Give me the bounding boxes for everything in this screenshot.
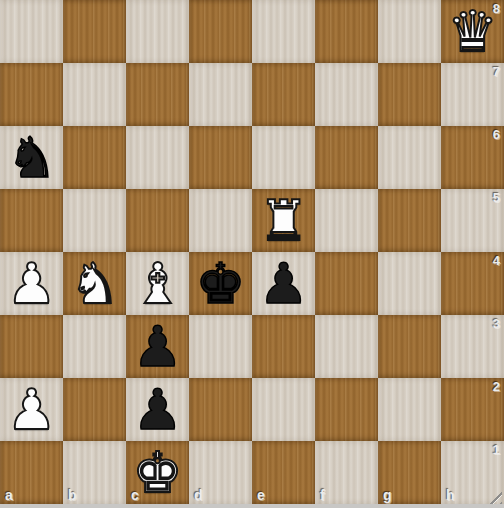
piece-white-bishop[interactable]: ♝: [132, 252, 182, 315]
piece-black-knight[interactable]: ♞: [6, 126, 56, 189]
piece-white-knight[interactable]: ♞: [69, 252, 119, 315]
square-c8[interactable]: [126, 0, 189, 63]
square-g7[interactable]: [378, 63, 441, 126]
rank-label-8: 8: [493, 1, 500, 16]
rank-label-1: 1: [493, 442, 500, 457]
piece-white-king[interactable]: ♚: [132, 441, 182, 504]
square-f7[interactable]: [315, 63, 378, 126]
piece-white-pawn[interactable]: ♟: [6, 378, 56, 441]
square-e1[interactable]: e: [252, 441, 315, 504]
square-f3[interactable]: [315, 315, 378, 378]
square-c6[interactable]: [126, 126, 189, 189]
file-label-f: f: [320, 487, 325, 503]
file-label-g: g: [383, 487, 392, 503]
square-g5[interactable]: [378, 189, 441, 252]
square-a1[interactable]: a: [0, 441, 63, 504]
square-b7[interactable]: [63, 63, 126, 126]
square-c1[interactable]: ♚c: [126, 441, 189, 504]
square-a2[interactable]: ♟: [0, 378, 63, 441]
square-e7[interactable]: [252, 63, 315, 126]
rank-label-4: 4: [493, 253, 500, 268]
file-label-c: c: [131, 487, 139, 503]
square-b6[interactable]: [63, 126, 126, 189]
file-label-d: d: [194, 487, 203, 503]
piece-white-queen[interactable]: ♛: [447, 0, 497, 63]
square-f2[interactable]: [315, 378, 378, 441]
square-b3[interactable]: [63, 315, 126, 378]
square-h4[interactable]: 4: [441, 252, 504, 315]
square-g8[interactable]: [378, 0, 441, 63]
rank-label-5: 5: [493, 190, 500, 205]
file-label-h: h: [446, 487, 455, 503]
square-b5[interactable]: [63, 189, 126, 252]
square-h2[interactable]: 2: [441, 378, 504, 441]
square-d3[interactable]: [189, 315, 252, 378]
piece-black-pawn[interactable]: ♟: [132, 378, 182, 441]
rank-label-2: 2: [493, 379, 500, 394]
square-e8[interactable]: [252, 0, 315, 63]
square-h8[interactable]: ♛8: [441, 0, 504, 63]
square-g2[interactable]: [378, 378, 441, 441]
square-a3[interactable]: [0, 315, 63, 378]
square-e3[interactable]: [252, 315, 315, 378]
square-g4[interactable]: [378, 252, 441, 315]
square-b4[interactable]: ♞: [63, 252, 126, 315]
square-h6[interactable]: 6: [441, 126, 504, 189]
chess-board-window: ♛87♞6♜5♟♞♝♚♟4♟3♟♟2ab♚cdefg1h: [0, 0, 504, 508]
square-c5[interactable]: [126, 189, 189, 252]
file-label-b: b: [68, 487, 77, 503]
square-d1[interactable]: d: [189, 441, 252, 504]
square-h3[interactable]: 3: [441, 315, 504, 378]
piece-white-rook[interactable]: ♜: [258, 189, 308, 252]
square-d6[interactable]: [189, 126, 252, 189]
square-a4[interactable]: ♟: [0, 252, 63, 315]
square-a7[interactable]: [0, 63, 63, 126]
square-b8[interactable]: [63, 0, 126, 63]
square-f4[interactable]: [315, 252, 378, 315]
square-h1[interactable]: 1h: [441, 441, 504, 504]
square-f1[interactable]: f: [315, 441, 378, 504]
square-d5[interactable]: [189, 189, 252, 252]
square-c2[interactable]: ♟: [126, 378, 189, 441]
square-b1[interactable]: b: [63, 441, 126, 504]
square-a8[interactable]: [0, 0, 63, 63]
square-h7[interactable]: 7: [441, 63, 504, 126]
square-g3[interactable]: [378, 315, 441, 378]
bottom-strip: [0, 504, 504, 508]
square-d8[interactable]: [189, 0, 252, 63]
square-b2[interactable]: [63, 378, 126, 441]
file-label-a: a: [5, 487, 13, 503]
square-e2[interactable]: [252, 378, 315, 441]
rank-label-7: 7: [493, 64, 500, 79]
rank-label-6: 6: [493, 127, 500, 142]
piece-black-pawn[interactable]: ♟: [132, 315, 182, 378]
square-h5[interactable]: 5: [441, 189, 504, 252]
square-c4[interactable]: ♝: [126, 252, 189, 315]
piece-white-pawn[interactable]: ♟: [6, 252, 56, 315]
square-e4[interactable]: ♟: [252, 252, 315, 315]
square-e5[interactable]: ♜: [252, 189, 315, 252]
square-c7[interactable]: [126, 63, 189, 126]
chess-board: ♛87♞6♜5♟♞♝♚♟4♟3♟♟2ab♚cdefg1h: [0, 0, 504, 504]
square-f8[interactable]: [315, 0, 378, 63]
piece-black-king[interactable]: ♚: [195, 252, 245, 315]
square-f6[interactable]: [315, 126, 378, 189]
square-d2[interactable]: [189, 378, 252, 441]
square-c3[interactable]: ♟: [126, 315, 189, 378]
square-a6[interactable]: ♞: [0, 126, 63, 189]
file-label-e: e: [257, 487, 265, 503]
square-g1[interactable]: g: [378, 441, 441, 504]
piece-black-pawn[interactable]: ♟: [258, 252, 308, 315]
square-g6[interactable]: [378, 126, 441, 189]
square-d7[interactable]: [189, 63, 252, 126]
square-f5[interactable]: [315, 189, 378, 252]
square-a5[interactable]: [0, 189, 63, 252]
rank-label-3: 3: [493, 316, 500, 331]
square-e6[interactable]: [252, 126, 315, 189]
square-d4[interactable]: ♚: [189, 252, 252, 315]
